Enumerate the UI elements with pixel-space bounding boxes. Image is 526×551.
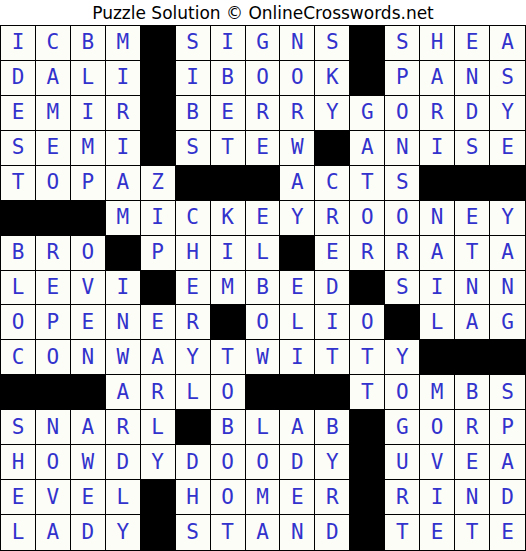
block-cell bbox=[420, 166, 455, 201]
grid-cell: L bbox=[1, 515, 36, 550]
grid-cell: Y bbox=[385, 340, 420, 375]
grid-cell: R bbox=[106, 410, 141, 445]
grid-cell: A bbox=[490, 445, 525, 480]
grid-cell: A bbox=[455, 305, 490, 340]
grid-cell: D bbox=[455, 96, 490, 131]
grid-cell: B bbox=[455, 375, 490, 410]
grid-cell: A bbox=[141, 340, 176, 375]
grid-cell: R bbox=[350, 236, 385, 271]
grid-cell: I bbox=[1, 26, 36, 61]
grid-cell: P bbox=[141, 236, 176, 271]
block-cell bbox=[280, 236, 315, 271]
grid-cell: S bbox=[385, 26, 420, 61]
grid-cell: O bbox=[36, 340, 71, 375]
grid-cell: E bbox=[490, 131, 525, 166]
grid-cell: E bbox=[246, 201, 281, 236]
page-title: Puzzle Solution © OnlineCrosswords.net bbox=[0, 2, 526, 25]
block-cell bbox=[455, 340, 490, 375]
grid-cell: I bbox=[420, 480, 455, 515]
grid-cell: T bbox=[211, 515, 246, 550]
grid-cell: M bbox=[420, 375, 455, 410]
block-cell bbox=[315, 131, 350, 166]
grid-cell: W bbox=[106, 340, 141, 375]
grid-cell: D bbox=[490, 480, 525, 515]
grid-cell: Y bbox=[176, 340, 211, 375]
block-cell bbox=[350, 515, 385, 550]
grid-cell: B bbox=[176, 96, 211, 131]
grid-cell: W bbox=[246, 340, 281, 375]
grid-cell: E bbox=[71, 305, 106, 340]
grid-cell: L bbox=[176, 375, 211, 410]
grid-cell: R bbox=[106, 96, 141, 131]
grid-cell: E bbox=[211, 96, 246, 131]
grid-cell: S bbox=[385, 166, 420, 201]
grid-cell: I bbox=[141, 201, 176, 236]
grid-cell: E bbox=[280, 271, 315, 306]
block-cell bbox=[490, 340, 525, 375]
grid-cell: I bbox=[106, 131, 141, 166]
grid-cell: E bbox=[141, 305, 176, 340]
grid-cell: T bbox=[350, 340, 385, 375]
block-cell bbox=[246, 166, 281, 201]
grid-cell: M bbox=[106, 201, 141, 236]
grid-cell: R bbox=[420, 96, 455, 131]
block-cell bbox=[106, 236, 141, 271]
grid-cell: R bbox=[246, 96, 281, 131]
grid-cell: R bbox=[385, 480, 420, 515]
grid-cell: T bbox=[350, 166, 385, 201]
grid-cell: L bbox=[420, 305, 455, 340]
grid-cell: A bbox=[246, 515, 281, 550]
grid-cell: T bbox=[455, 236, 490, 271]
grid-cell: T bbox=[455, 515, 490, 550]
block-cell bbox=[350, 410, 385, 445]
block-cell bbox=[141, 26, 176, 61]
grid-cell: E bbox=[1, 96, 36, 131]
grid-cell: A bbox=[106, 375, 141, 410]
grid-cell: A bbox=[71, 410, 106, 445]
grid-cell: S bbox=[315, 26, 350, 61]
grid-cell: T bbox=[211, 340, 246, 375]
grid-cell: O bbox=[280, 61, 315, 96]
block-cell bbox=[36, 375, 71, 410]
grid-cell: O bbox=[350, 201, 385, 236]
grid-cell: Z bbox=[141, 166, 176, 201]
block-cell bbox=[141, 61, 176, 96]
grid-cell: E bbox=[455, 201, 490, 236]
grid-cell: E bbox=[490, 515, 525, 550]
grid-cell: N bbox=[455, 480, 490, 515]
grid-cell: V bbox=[420, 445, 455, 480]
grid-cell: C bbox=[36, 26, 71, 61]
grid-cell: W bbox=[71, 445, 106, 480]
grid-cell: M bbox=[246, 480, 281, 515]
grid-cell: E bbox=[420, 515, 455, 550]
grid-cell: I bbox=[211, 26, 246, 61]
grid-cell: B bbox=[211, 61, 246, 96]
grid-cell: I bbox=[106, 271, 141, 306]
grid-cell: A bbox=[36, 515, 71, 550]
block-cell bbox=[1, 201, 36, 236]
grid-cell: S bbox=[490, 375, 525, 410]
grid-cell: E bbox=[1, 480, 36, 515]
block-cell bbox=[176, 410, 211, 445]
grid-cell: O bbox=[385, 96, 420, 131]
block-cell bbox=[350, 271, 385, 306]
grid-cell: O bbox=[350, 305, 385, 340]
grid-cell: B bbox=[315, 410, 350, 445]
grid-cell: S bbox=[455, 131, 490, 166]
grid-cell: C bbox=[315, 166, 350, 201]
grid-cell: Y bbox=[106, 515, 141, 550]
block-cell bbox=[176, 166, 211, 201]
grid-cell: S bbox=[176, 26, 211, 61]
block-cell bbox=[211, 166, 246, 201]
grid-cell: E bbox=[36, 131, 71, 166]
grid-cell: P bbox=[385, 61, 420, 96]
grid-cell: K bbox=[211, 201, 246, 236]
grid-cell: H bbox=[420, 26, 455, 61]
grid-cell: N bbox=[71, 340, 106, 375]
grid-cell: H bbox=[176, 480, 211, 515]
grid-cell: N bbox=[106, 305, 141, 340]
grid-cell: D bbox=[106, 445, 141, 480]
grid-cell: O bbox=[246, 445, 281, 480]
grid-cell: G bbox=[246, 26, 281, 61]
grid-cell: A bbox=[420, 61, 455, 96]
grid-cell: E bbox=[36, 271, 71, 306]
grid-cell: T bbox=[350, 375, 385, 410]
grid-cell: O bbox=[246, 61, 281, 96]
block-cell bbox=[141, 96, 176, 131]
grid-cell: I bbox=[420, 271, 455, 306]
grid-cell: O bbox=[385, 201, 420, 236]
grid-cell: Y bbox=[141, 445, 176, 480]
grid-cell: R bbox=[315, 480, 350, 515]
grid-cell: E bbox=[455, 26, 490, 61]
grid-cell: N bbox=[280, 26, 315, 61]
grid-cell: I bbox=[211, 236, 246, 271]
grid-cell: Y bbox=[490, 201, 525, 236]
grid-cell: O bbox=[211, 375, 246, 410]
grid-cell: R bbox=[315, 201, 350, 236]
grid-cell: D bbox=[280, 445, 315, 480]
grid-cell: P bbox=[36, 305, 71, 340]
grid-cell: L bbox=[246, 410, 281, 445]
grid-cell: O bbox=[211, 445, 246, 480]
grid-cell: L bbox=[280, 305, 315, 340]
grid-cell: S bbox=[1, 131, 36, 166]
grid-cell: Y bbox=[315, 445, 350, 480]
grid-cell: E bbox=[455, 445, 490, 480]
grid-cell: O bbox=[211, 480, 246, 515]
grid-cell: R bbox=[176, 305, 211, 340]
grid-cell: R bbox=[36, 236, 71, 271]
puzzle-solution-page: Puzzle Solution © OnlineCrosswords.net I… bbox=[0, 0, 526, 551]
crossword-grid: ICBMSIGNSSHEADALIIBOOKPANSEMIRBERRYGORDY… bbox=[0, 25, 526, 551]
block-cell bbox=[455, 166, 490, 201]
grid-cell: O bbox=[246, 305, 281, 340]
grid-cell: B bbox=[211, 410, 246, 445]
grid-cell: V bbox=[71, 271, 106, 306]
block-cell bbox=[350, 445, 385, 480]
grid-cell: L bbox=[71, 61, 106, 96]
grid-cell: I bbox=[71, 96, 106, 131]
grid-cell: S bbox=[1, 410, 36, 445]
grid-cell: N bbox=[36, 410, 71, 445]
grid-cell: B bbox=[71, 26, 106, 61]
block-cell bbox=[350, 480, 385, 515]
grid-cell: A bbox=[420, 236, 455, 271]
grid-cell: A bbox=[490, 236, 525, 271]
grid-cell: S bbox=[490, 61, 525, 96]
grid-cell: E bbox=[246, 131, 281, 166]
grid-cell: I bbox=[176, 61, 211, 96]
block-cell bbox=[350, 26, 385, 61]
grid-cell: L bbox=[106, 480, 141, 515]
block-cell bbox=[71, 201, 106, 236]
grid-cell: V bbox=[36, 480, 71, 515]
grid-cell: A bbox=[490, 26, 525, 61]
grid-cell: T bbox=[1, 166, 36, 201]
block-cell bbox=[315, 375, 350, 410]
grid-cell: K bbox=[315, 61, 350, 96]
grid-cell: E bbox=[315, 236, 350, 271]
grid-cell: G bbox=[490, 305, 525, 340]
grid-cell: O bbox=[36, 445, 71, 480]
grid-cell: S bbox=[176, 131, 211, 166]
grid-cell: R bbox=[455, 410, 490, 445]
grid-cell: M bbox=[106, 26, 141, 61]
grid-cell: N bbox=[490, 271, 525, 306]
grid-cell: Y bbox=[315, 96, 350, 131]
grid-cell: D bbox=[1, 61, 36, 96]
grid-cell: O bbox=[36, 166, 71, 201]
grid-cell: L bbox=[1, 271, 36, 306]
grid-cell: T bbox=[211, 131, 246, 166]
grid-cell: O bbox=[420, 410, 455, 445]
grid-cell: A bbox=[350, 131, 385, 166]
grid-cell: I bbox=[106, 61, 141, 96]
grid-cell: N bbox=[280, 515, 315, 550]
grid-cell: S bbox=[385, 271, 420, 306]
block-cell bbox=[141, 515, 176, 550]
grid-cell: E bbox=[71, 480, 106, 515]
grid-cell: E bbox=[176, 271, 211, 306]
grid-cell: Y bbox=[280, 201, 315, 236]
block-cell bbox=[280, 375, 315, 410]
block-cell bbox=[141, 271, 176, 306]
block-cell bbox=[1, 375, 36, 410]
block-cell bbox=[211, 305, 246, 340]
grid-cell: I bbox=[315, 305, 350, 340]
grid-cell: U bbox=[385, 445, 420, 480]
grid-cell: P bbox=[71, 166, 106, 201]
grid-cell: R bbox=[385, 236, 420, 271]
grid-cell: C bbox=[176, 201, 211, 236]
block-cell bbox=[350, 61, 385, 96]
grid-cell: R bbox=[280, 96, 315, 131]
grid-cell: P bbox=[490, 410, 525, 445]
grid-cell: D bbox=[176, 445, 211, 480]
grid-cell: D bbox=[71, 515, 106, 550]
grid-cell: A bbox=[280, 410, 315, 445]
grid-cell: A bbox=[36, 61, 71, 96]
grid-cell: Y bbox=[490, 96, 525, 131]
grid-cell: D bbox=[315, 515, 350, 550]
grid-cell: A bbox=[106, 166, 141, 201]
grid-cell: A bbox=[280, 166, 315, 201]
grid-cell: N bbox=[420, 201, 455, 236]
grid-cell: B bbox=[1, 236, 36, 271]
grid-cell: M bbox=[36, 96, 71, 131]
grid-cell: O bbox=[1, 305, 36, 340]
grid-cell: C bbox=[1, 340, 36, 375]
block-cell bbox=[246, 375, 281, 410]
grid-cell: N bbox=[385, 131, 420, 166]
grid-cell: I bbox=[420, 131, 455, 166]
grid-cell: M bbox=[211, 271, 246, 306]
grid-cell: I bbox=[280, 340, 315, 375]
grid-cell: G bbox=[350, 96, 385, 131]
grid-cell: L bbox=[141, 410, 176, 445]
grid-cell: M bbox=[71, 131, 106, 166]
grid-cell: R bbox=[141, 375, 176, 410]
block-cell bbox=[385, 305, 420, 340]
grid-cell: E bbox=[280, 480, 315, 515]
grid-cell: N bbox=[455, 271, 490, 306]
grid-cell: N bbox=[455, 61, 490, 96]
grid-cell: W bbox=[280, 131, 315, 166]
block-cell bbox=[36, 201, 71, 236]
grid-cell: L bbox=[246, 236, 281, 271]
grid-cell: T bbox=[315, 340, 350, 375]
grid-cell: D bbox=[315, 271, 350, 306]
grid-cell: G bbox=[385, 410, 420, 445]
grid-cell: O bbox=[71, 236, 106, 271]
block-cell bbox=[141, 131, 176, 166]
grid-cell: O bbox=[385, 375, 420, 410]
block-cell bbox=[420, 340, 455, 375]
grid-cell: S bbox=[176, 515, 211, 550]
block-cell bbox=[490, 166, 525, 201]
grid-cell: H bbox=[1, 445, 36, 480]
grid-cell: T bbox=[385, 515, 420, 550]
grid-cell: B bbox=[246, 271, 281, 306]
grid-cell: H bbox=[176, 236, 211, 271]
block-cell bbox=[71, 375, 106, 410]
block-cell bbox=[141, 480, 176, 515]
